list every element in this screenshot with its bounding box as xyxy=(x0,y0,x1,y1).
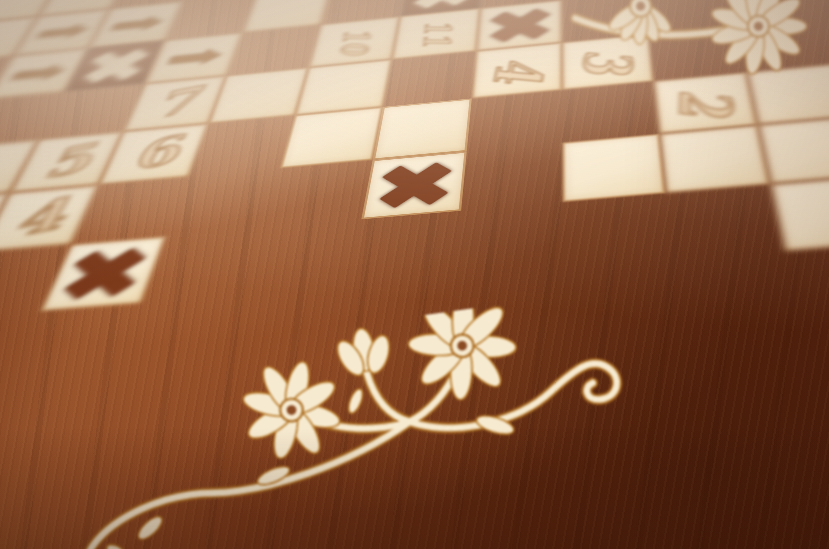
track-arrow-icon xyxy=(167,53,205,64)
board-cell-c11-r5 xyxy=(758,116,829,184)
cell-number: 10 xyxy=(335,27,375,57)
board-cell-c7-r4 xyxy=(373,98,472,159)
board-cell-c11-r6 xyxy=(770,175,829,251)
cell-number: 4 xyxy=(483,56,552,84)
cell-number: 4 xyxy=(10,193,69,244)
board-photo: 10117435624 xyxy=(0,0,829,549)
cell-number: 6 xyxy=(129,131,180,177)
board-cell-c9-r5 xyxy=(562,134,665,202)
track-arrow-icon xyxy=(111,20,147,31)
floral-ornament-top-right xyxy=(545,0,829,125)
board-cell-c5-r1 xyxy=(242,0,331,33)
cell-number: 11 xyxy=(418,19,456,49)
leaf xyxy=(346,387,366,415)
board-cell-c4-r6 xyxy=(40,236,166,311)
board-cell-c10-r5 xyxy=(659,125,770,193)
fdot xyxy=(754,22,763,31)
barrier-cross-icon xyxy=(52,238,158,311)
board-cell-c6-r4 xyxy=(280,107,383,168)
barrier-cross-icon xyxy=(363,153,468,217)
board-cell-c7-r2: 11 xyxy=(392,8,480,59)
leaf xyxy=(135,513,166,543)
track-arrow-icon xyxy=(11,68,49,79)
board-cell-c7-r5 xyxy=(361,151,466,219)
fdot xyxy=(636,2,645,11)
cell-number: 5 xyxy=(40,139,94,185)
cell-number: 7 xyxy=(152,82,199,124)
track-arrow-icon xyxy=(37,27,73,38)
